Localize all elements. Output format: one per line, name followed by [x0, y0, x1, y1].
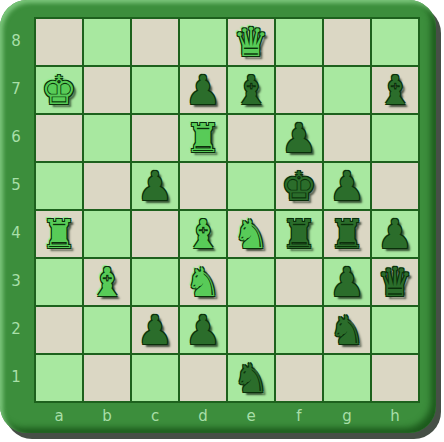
dark-pawn-piece: ♟: [137, 163, 173, 209]
dark-knight-piece: ♞: [233, 355, 269, 401]
square-c6[interactable]: [132, 115, 178, 161]
square-h8[interactable]: [372, 19, 418, 65]
dark-pawn-piece: ♟: [329, 259, 365, 305]
square-h1[interactable]: [372, 355, 418, 401]
square-b8[interactable]: [84, 19, 130, 65]
rank-label-3: 3: [0, 257, 32, 305]
square-g8[interactable]: [324, 19, 370, 65]
square-d2[interactable]: ♟: [180, 307, 226, 353]
square-b3[interactable]: ♝: [84, 259, 130, 305]
rank-label-4: 4: [0, 209, 32, 257]
square-b1[interactable]: [84, 355, 130, 401]
dark-knight-piece: ♞: [329, 307, 365, 353]
dark-bishop-piece: ♝: [377, 67, 413, 113]
square-c3[interactable]: [132, 259, 178, 305]
square-f7[interactable]: [276, 67, 322, 113]
square-f8[interactable]: [276, 19, 322, 65]
rank-label-6: 6: [0, 113, 32, 161]
square-d3[interactable]: ♞: [180, 259, 226, 305]
square-f2[interactable]: [276, 307, 322, 353]
dark-king-piece: ♚: [281, 163, 317, 209]
rank-label-8: 8: [0, 17, 32, 65]
file-label-a: a: [35, 402, 83, 430]
square-e3[interactable]: [228, 259, 274, 305]
square-b5[interactable]: [84, 163, 130, 209]
square-e4[interactable]: ♞: [228, 211, 274, 257]
dark-pawn-piece: ♟: [281, 115, 317, 161]
square-h2[interactable]: [372, 307, 418, 353]
square-e8[interactable]: ♛: [228, 19, 274, 65]
square-b6[interactable]: [84, 115, 130, 161]
square-g1[interactable]: [324, 355, 370, 401]
square-h5[interactable]: [372, 163, 418, 209]
square-c8[interactable]: [132, 19, 178, 65]
rank-label-7: 7: [0, 65, 32, 113]
square-g5[interactable]: ♟: [324, 163, 370, 209]
square-a1[interactable]: [36, 355, 82, 401]
square-g7[interactable]: [324, 67, 370, 113]
square-d6[interactable]: ♜: [180, 115, 226, 161]
square-a4[interactable]: ♜: [36, 211, 82, 257]
square-e5[interactable]: [228, 163, 274, 209]
square-a3[interactable]: [36, 259, 82, 305]
board-frame: ♛♚♟♝♝♜♟♟♚♟♜♝♞♜♜♟♝♞♟♛♟♟♞♞ 87654321 abcdef…: [0, 0, 436, 433]
dark-queen-piece: ♛: [377, 259, 413, 305]
square-c2[interactable]: ♟: [132, 307, 178, 353]
square-c7[interactable]: [132, 67, 178, 113]
square-h4[interactable]: ♟: [372, 211, 418, 257]
file-label-d: d: [179, 402, 227, 430]
file-label-e: e: [227, 402, 275, 430]
chess-board: ♛♚♟♝♝♜♟♟♚♟♜♝♞♜♜♟♝♞♟♛♟♟♞♞: [34, 17, 420, 403]
chess-app-window: ♛♚♟♝♝♜♟♟♚♟♜♝♞♜♜♟♝♞♟♛♟♟♞♞ 87654321 abcdef…: [0, 0, 444, 442]
square-c1[interactable]: [132, 355, 178, 401]
square-f3[interactable]: [276, 259, 322, 305]
light-king-piece: ♚: [41, 67, 77, 113]
file-label-f: f: [275, 402, 323, 430]
light-bishop-piece: ♝: [89, 259, 125, 305]
light-rook-piece: ♜: [41, 211, 77, 257]
square-a2[interactable]: [36, 307, 82, 353]
square-d8[interactable]: [180, 19, 226, 65]
dark-pawn-piece: ♟: [329, 163, 365, 209]
square-g2[interactable]: ♞: [324, 307, 370, 353]
square-b7[interactable]: [84, 67, 130, 113]
rank-label-2: 2: [0, 305, 32, 353]
square-h7[interactable]: ♝: [372, 67, 418, 113]
square-e6[interactable]: [228, 115, 274, 161]
light-knight-piece: ♞: [185, 259, 221, 305]
square-a6[interactable]: [36, 115, 82, 161]
square-e7[interactable]: ♝: [228, 67, 274, 113]
square-c4[interactable]: [132, 211, 178, 257]
square-b2[interactable]: [84, 307, 130, 353]
square-a7[interactable]: ♚: [36, 67, 82, 113]
square-f6[interactable]: ♟: [276, 115, 322, 161]
square-c5[interactable]: ♟: [132, 163, 178, 209]
square-f4[interactable]: ♜: [276, 211, 322, 257]
dark-pawn-piece: ♟: [185, 67, 221, 113]
square-d1[interactable]: [180, 355, 226, 401]
dark-bishop-piece: ♝: [233, 67, 269, 113]
light-queen-piece: ♛: [233, 19, 269, 65]
file-label-b: b: [83, 402, 131, 430]
dark-pawn-piece: ♟: [185, 307, 221, 353]
square-h6[interactable]: [372, 115, 418, 161]
square-d4[interactable]: ♝: [180, 211, 226, 257]
square-f5[interactable]: ♚: [276, 163, 322, 209]
square-a8[interactable]: [36, 19, 82, 65]
light-knight-piece: ♞: [233, 211, 269, 257]
rank-label-5: 5: [0, 161, 32, 209]
square-b4[interactable]: [84, 211, 130, 257]
dark-rook-piece: ♜: [329, 211, 365, 257]
square-f1[interactable]: [276, 355, 322, 401]
dark-rook-piece: ♜: [281, 211, 317, 257]
file-label-c: c: [131, 402, 179, 430]
rank-label-1: 1: [0, 353, 32, 401]
dark-pawn-piece: ♟: [137, 307, 173, 353]
square-d5[interactable]: [180, 163, 226, 209]
light-rook-piece: ♜: [185, 115, 221, 161]
square-a5[interactable]: [36, 163, 82, 209]
square-g3[interactable]: ♟: [324, 259, 370, 305]
square-h3[interactable]: ♛: [372, 259, 418, 305]
file-label-g: g: [323, 402, 371, 430]
square-g6[interactable]: [324, 115, 370, 161]
square-d7[interactable]: ♟: [180, 67, 226, 113]
light-bishop-piece: ♝: [185, 211, 221, 257]
square-e1[interactable]: ♞: [228, 355, 274, 401]
square-g4[interactable]: ♜: [324, 211, 370, 257]
square-e2[interactable]: [228, 307, 274, 353]
file-label-h: h: [371, 402, 419, 430]
dark-pawn-piece: ♟: [377, 211, 413, 257]
